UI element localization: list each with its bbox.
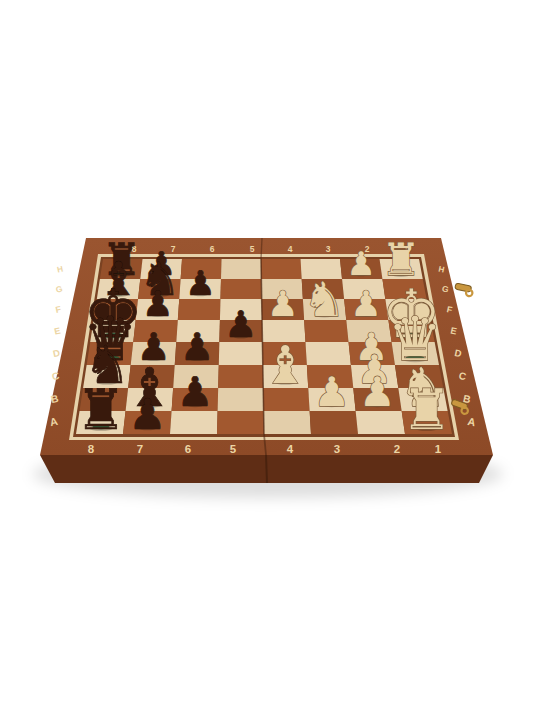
rank-label-front-3: 3: [334, 443, 340, 455]
square-g5: [220, 279, 261, 299]
white-bishop-c4: ♝: [262, 335, 309, 395]
square-h4: [261, 259, 302, 279]
square-b5: [218, 388, 264, 411]
piece-glyph: ♟: [180, 325, 214, 369]
white-knight-f3: ♞: [303, 272, 346, 327]
rank-label-front-1: 1: [435, 443, 442, 455]
piece-glyph: ♟: [225, 303, 258, 346]
black-pawn-a7: ♟: [129, 390, 167, 439]
square-a5: [217, 411, 264, 434]
rank-label-front-7: 7: [137, 443, 143, 455]
piece-glyph: ♟: [346, 245, 375, 283]
rank-label-front-4: 4: [287, 443, 294, 455]
piece-glyph: ♜: [401, 377, 451, 442]
piece-glyph: ♟: [129, 390, 167, 439]
black-pawn-f7: ♟: [142, 283, 174, 324]
rank-label-front-8: 8: [88, 443, 95, 455]
black-pawn-b6: ♟: [177, 368, 214, 416]
white-pawn-b3: ♟: [313, 368, 350, 416]
black-pawn-d6: ♟: [180, 325, 214, 369]
piece-glyph: ♜: [76, 377, 126, 442]
black-pawn-g6: ♟: [185, 264, 215, 303]
piece-glyph: ♟: [350, 283, 382, 324]
piece-glyph: ♞: [303, 272, 346, 327]
rank-label-back-5: 5: [250, 244, 255, 254]
piece-glyph: ♟: [185, 264, 215, 303]
square-d3: [305, 342, 350, 365]
white-pawn-h2: ♟: [346, 245, 375, 283]
rank-label-back-3: 3: [326, 244, 331, 254]
chessboard-photo: 8765432187654321HGFEDCBAHGFEDCBA♜♟♟♜♝♞♟♟…: [0, 0, 540, 720]
black-rook-a8: ♜: [76, 377, 126, 442]
square-h5: [221, 259, 261, 279]
piece-glyph: ♝: [262, 335, 309, 395]
piece-glyph: ♟: [142, 283, 174, 324]
rank-label-front-6: 6: [185, 443, 191, 455]
white-pawn-b2: ♟: [359, 368, 396, 416]
white-pawn-f2: ♟: [350, 283, 382, 324]
folding-chessboard: 8765432187654321HGFEDCBAHGFEDCBA♜♟♟♜♝♞♟♟…: [0, 0, 540, 720]
rank-label-back-6: 6: [210, 244, 215, 254]
piece-glyph: ♟: [177, 368, 214, 416]
white-pawn-f4: ♟: [267, 283, 299, 324]
white-rook-a1: ♜: [401, 377, 451, 442]
square-a4: [264, 411, 311, 434]
piece-glyph: ♟: [267, 283, 299, 324]
rank-label-back-4: 4: [288, 244, 293, 254]
square-c5: [218, 365, 263, 388]
piece-glyph: ♟: [313, 368, 350, 416]
piece-glyph: ♟: [359, 368, 396, 416]
rank-label-front-5: 5: [230, 443, 237, 455]
black-pawn-e5: ♟: [225, 303, 258, 346]
rank-label-front-2: 2: [394, 443, 400, 455]
